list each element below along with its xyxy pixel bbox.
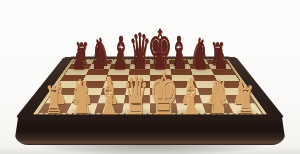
piece-white-king-e1: ♚ (149, 64, 179, 124)
piece-white-rook-h1: ♜ (237, 82, 255, 119)
pieces-layer: ♜♞♝♛♚♝♞♜♟♟♟♟♟♟♟♟♟♟♟♟♟♟♟♟♜♞♝♛♚♝♞♜ (0, 0, 300, 154)
piece-white-rook-a1: ♜ (45, 82, 63, 119)
chess-photo-scene: ♜♞♝♛♚♝♞♜♟♟♟♟♟♟♟♟♟♟♟♟♟♟♟♟♜♞♝♛♚♝♞♜ (0, 0, 300, 154)
piece-white-knight-b1: ♞ (70, 74, 93, 121)
piece-white-bishop-c1: ♝ (96, 72, 121, 122)
piece-white-queen-d1: ♛ (123, 69, 149, 122)
piece-white-knight-g1: ♞ (207, 74, 230, 121)
piece-white-bishop-f1: ♝ (179, 72, 204, 122)
